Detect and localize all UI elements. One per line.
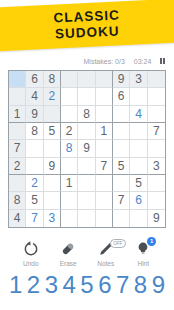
sudoku-cell[interactable]: 9 bbox=[148, 210, 165, 227]
sudoku-board: 68934261984852177892975321585764739 bbox=[8, 70, 166, 228]
sudoku-cell[interactable] bbox=[61, 106, 78, 123]
sudoku-cell[interactable]: 7 bbox=[113, 192, 130, 209]
sudoku-cell[interactable] bbox=[130, 140, 147, 157]
pause-icon bbox=[160, 58, 162, 65]
sudoku-cell[interactable] bbox=[113, 123, 130, 140]
sudoku-cell[interactable] bbox=[148, 192, 165, 209]
erase-label: Erase bbox=[60, 260, 77, 267]
status-bar: Mistakes: 0/3 03:24 bbox=[0, 55, 174, 67]
erase-button[interactable]: Erase bbox=[51, 241, 85, 267]
undo-button[interactable]: Undo bbox=[14, 241, 48, 267]
sudoku-cell[interactable] bbox=[78, 88, 95, 105]
mistakes-counter: Mistakes: 0/3 bbox=[84, 58, 125, 65]
sudoku-cell[interactable]: 8 bbox=[61, 140, 78, 157]
sudoku-cell[interactable]: 2 bbox=[61, 123, 78, 140]
sudoku-cell[interactable]: 7 bbox=[9, 140, 26, 157]
sudoku-cell[interactable] bbox=[130, 210, 147, 227]
sudoku-cell[interactable]: 3 bbox=[130, 71, 147, 88]
sudoku-cell[interactable] bbox=[148, 175, 165, 192]
sudoku-cell[interactable] bbox=[78, 192, 95, 209]
numpad-8[interactable]: 8 bbox=[134, 273, 147, 297]
sudoku-cell[interactable] bbox=[61, 192, 78, 209]
sudoku-cell[interactable] bbox=[96, 106, 113, 123]
sudoku-cell[interactable]: 5 bbox=[26, 192, 43, 209]
sudoku-cell[interactable] bbox=[44, 106, 61, 123]
sudoku-cell[interactable]: 6 bbox=[130, 192, 147, 209]
sudoku-cell[interactable] bbox=[113, 140, 130, 157]
sudoku-cell[interactable]: 5 bbox=[130, 175, 147, 192]
sudoku-cell[interactable] bbox=[148, 140, 165, 157]
title-ribbon: CLASSIC SUDOKU bbox=[0, 0, 174, 52]
sudoku-cell[interactable]: 2 bbox=[44, 88, 61, 105]
pencil-icon: OFF bbox=[98, 241, 114, 257]
toolbar: Undo Erase OFF Notes bbox=[0, 241, 174, 267]
sudoku-cell[interactable] bbox=[61, 210, 78, 227]
numpad-2[interactable]: 2 bbox=[27, 273, 40, 297]
sudoku-cell[interactable] bbox=[148, 106, 165, 123]
numpad-6[interactable]: 6 bbox=[98, 273, 111, 297]
sudoku-cell[interactable]: 6 bbox=[26, 71, 43, 88]
sudoku-cell[interactable] bbox=[78, 158, 95, 175]
mistakes-value: 0/3 bbox=[115, 58, 125, 65]
sudoku-cell[interactable] bbox=[78, 71, 95, 88]
hint-label: Hint bbox=[137, 260, 149, 267]
timer: 03:24 bbox=[134, 58, 152, 65]
sudoku-cell[interactable] bbox=[130, 158, 147, 175]
hint-button[interactable]: 1 Hint bbox=[126, 241, 160, 267]
sudoku-cell[interactable] bbox=[61, 158, 78, 175]
eraser-icon bbox=[60, 241, 76, 257]
title-banner: CLASSIC SUDOKU bbox=[0, 0, 174, 52]
sudoku-cell[interactable]: 2 bbox=[9, 158, 26, 175]
sudoku-cell[interactable] bbox=[44, 140, 61, 157]
hint-badge: 1 bbox=[147, 237, 156, 246]
sudoku-cell[interactable] bbox=[44, 175, 61, 192]
app-title-line2: SUDOKU bbox=[55, 23, 120, 43]
sudoku-cell[interactable] bbox=[113, 106, 130, 123]
sudoku-cell[interactable]: 7 bbox=[96, 158, 113, 175]
sudoku-cell[interactable] bbox=[9, 123, 26, 140]
sudoku-cell[interactable]: 7 bbox=[148, 123, 165, 140]
undo-label: Undo bbox=[23, 260, 39, 267]
sudoku-cell[interactable]: 2 bbox=[26, 175, 43, 192]
sudoku-cell[interactable]: 8 bbox=[9, 192, 26, 209]
sudoku-cell[interactable]: 8 bbox=[26, 123, 43, 140]
sudoku-cell[interactable]: 9 bbox=[78, 140, 95, 157]
notes-button[interactable]: OFF Notes bbox=[89, 241, 123, 267]
pause-icon bbox=[163, 58, 165, 65]
sudoku-cell[interactable]: 1 bbox=[61, 175, 78, 192]
sudoku-cell[interactable]: 9 bbox=[26, 106, 43, 123]
sudoku-cell[interactable] bbox=[96, 88, 113, 105]
sudoku-cell[interactable] bbox=[9, 71, 26, 88]
sudoku-cell[interactable]: 8 bbox=[78, 106, 95, 123]
notes-badge: OFF bbox=[110, 239, 126, 248]
numpad: 123456789 bbox=[0, 273, 174, 297]
sudoku-cell[interactable] bbox=[96, 175, 113, 192]
sudoku-cell[interactable]: 8 bbox=[44, 71, 61, 88]
sudoku-cell[interactable] bbox=[96, 210, 113, 227]
sudoku-cell[interactable] bbox=[96, 140, 113, 157]
sudoku-cell[interactable] bbox=[9, 88, 26, 105]
undo-icon bbox=[23, 241, 39, 257]
notes-label: Notes bbox=[97, 260, 114, 267]
sudoku-cell[interactable] bbox=[113, 175, 130, 192]
sudoku-cell[interactable]: 7 bbox=[26, 210, 43, 227]
numpad-9[interactable]: 9 bbox=[152, 273, 165, 297]
sudoku-cell[interactable] bbox=[113, 210, 130, 227]
pause-button[interactable] bbox=[160, 58, 165, 65]
sudoku-cell[interactable]: 9 bbox=[44, 158, 61, 175]
mistakes-label: Mistakes: bbox=[84, 58, 114, 65]
numpad-7[interactable]: 7 bbox=[116, 273, 129, 297]
sudoku-cell[interactable] bbox=[148, 71, 165, 88]
sudoku-cell[interactable] bbox=[44, 192, 61, 209]
lightbulb-icon: 1 bbox=[135, 241, 151, 257]
sudoku-cell[interactable]: 9 bbox=[113, 71, 130, 88]
sudoku-app: CLASSIC SUDOKU Mistakes: 0/3 03:24 68934… bbox=[0, 0, 174, 310]
sudoku-cell[interactable]: 4 bbox=[130, 106, 147, 123]
sudoku-cell[interactable] bbox=[96, 192, 113, 209]
numpad-4[interactable]: 4 bbox=[62, 273, 75, 297]
sudoku-cell[interactable] bbox=[130, 88, 147, 105]
sudoku-cell[interactable] bbox=[26, 140, 43, 157]
sudoku-cell[interactable] bbox=[9, 175, 26, 192]
sudoku-cell[interactable] bbox=[78, 210, 95, 227]
sudoku-cell[interactable] bbox=[96, 71, 113, 88]
sudoku-cell[interactable]: 4 bbox=[26, 88, 43, 105]
sudoku-cell[interactable]: 3 bbox=[44, 210, 61, 227]
sudoku-cell[interactable]: 5 bbox=[113, 158, 130, 175]
sudoku-cell[interactable]: 3 bbox=[148, 158, 165, 175]
sudoku-cell[interactable]: 5 bbox=[44, 123, 61, 140]
numpad-5[interactable]: 5 bbox=[80, 273, 93, 297]
sudoku-cell[interactable] bbox=[61, 88, 78, 105]
numpad-1[interactable]: 1 bbox=[9, 273, 22, 297]
sudoku-cell[interactable] bbox=[78, 175, 95, 192]
sudoku-cell[interactable] bbox=[61, 71, 78, 88]
sudoku-cell[interactable]: 4 bbox=[9, 210, 26, 227]
sudoku-cell[interactable] bbox=[26, 158, 43, 175]
numpad-3[interactable]: 3 bbox=[45, 273, 58, 297]
sudoku-cell[interactable]: 6 bbox=[113, 88, 130, 105]
sudoku-cell[interactable]: 1 bbox=[9, 106, 26, 123]
sudoku-cell[interactable] bbox=[78, 123, 95, 140]
sudoku-cell[interactable]: 1 bbox=[96, 123, 113, 140]
sudoku-cell[interactable] bbox=[148, 88, 165, 105]
sudoku-cell[interactable] bbox=[130, 123, 147, 140]
